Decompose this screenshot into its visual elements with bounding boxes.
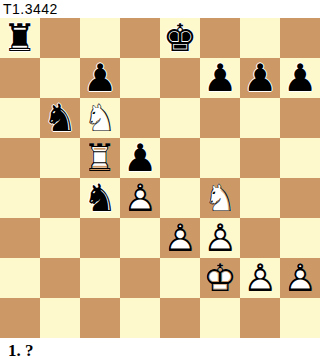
square-d3[interactable]	[120, 218, 160, 258]
black-king-e8: ♚	[160, 18, 200, 58]
piece-outline: ♙	[200, 218, 240, 258]
white-pawn-f3: ♟♙	[200, 218, 240, 258]
square-g6[interactable]	[240, 98, 280, 138]
square-d1[interactable]	[120, 298, 160, 338]
square-g3[interactable]	[240, 218, 280, 258]
square-h5[interactable]	[280, 138, 320, 178]
white-knight-f4: ♞♘	[200, 178, 240, 218]
square-d7[interactable]	[120, 58, 160, 98]
square-a1[interactable]	[0, 298, 40, 338]
square-d5[interactable]: ♟	[120, 138, 160, 178]
square-h7[interactable]: ♟	[280, 58, 320, 98]
square-c6[interactable]: ♞♘	[80, 98, 120, 138]
black-pawn-h7: ♟	[280, 58, 320, 98]
square-a7[interactable]	[0, 58, 40, 98]
square-b3[interactable]	[40, 218, 80, 258]
square-f2[interactable]: ♚♔	[200, 258, 240, 298]
square-f8[interactable]	[200, 18, 240, 58]
square-h4[interactable]	[280, 178, 320, 218]
square-f4[interactable]: ♞♘	[200, 178, 240, 218]
chess-puzzle-page: T1.3442 ♜♚♟♟♟♟♞♞♘♜♖♟♞♟♙♞♘♟♙♟♙♚♔♟♙♟♙ 1. ?	[0, 0, 320, 360]
square-h8[interactable]	[280, 18, 320, 58]
piece-outline: ♙	[160, 218, 200, 258]
square-c1[interactable]	[80, 298, 120, 338]
piece-outline: ♘	[80, 98, 120, 138]
square-f3[interactable]: ♟♙	[200, 218, 240, 258]
square-f5[interactable]	[200, 138, 240, 178]
piece-outline: ♙	[280, 258, 320, 298]
black-pawn-c7: ♟	[80, 58, 120, 98]
piece-outline: ♙	[120, 178, 160, 218]
square-a8[interactable]: ♜	[0, 18, 40, 58]
square-h6[interactable]	[280, 98, 320, 138]
black-rook-a8: ♜	[0, 18, 40, 58]
piece-outline: ♔	[200, 258, 240, 298]
white-pawn-e3: ♟♙	[160, 218, 200, 258]
square-e5[interactable]	[160, 138, 200, 178]
square-c3[interactable]	[80, 218, 120, 258]
move-prompt: 1. ?	[0, 338, 320, 360]
white-pawn-d4: ♟♙	[120, 178, 160, 218]
white-pawn-g2: ♟♙	[240, 258, 280, 298]
piece-outline: ♘	[200, 178, 240, 218]
square-f6[interactable]	[200, 98, 240, 138]
square-b5[interactable]	[40, 138, 80, 178]
square-b6[interactable]: ♞	[40, 98, 80, 138]
square-g1[interactable]	[240, 298, 280, 338]
square-b1[interactable]	[40, 298, 80, 338]
white-pawn-h2: ♟♙	[280, 258, 320, 298]
square-g2[interactable]: ♟♙	[240, 258, 280, 298]
square-f1[interactable]	[200, 298, 240, 338]
square-a4[interactable]	[0, 178, 40, 218]
black-knight-c4: ♞	[80, 178, 120, 218]
square-c5[interactable]: ♜♖	[80, 138, 120, 178]
square-c2[interactable]	[80, 258, 120, 298]
square-e1[interactable]	[160, 298, 200, 338]
square-a5[interactable]	[0, 138, 40, 178]
square-b7[interactable]	[40, 58, 80, 98]
square-e8[interactable]: ♚	[160, 18, 200, 58]
square-g8[interactable]	[240, 18, 280, 58]
square-e6[interactable]	[160, 98, 200, 138]
square-e7[interactable]	[160, 58, 200, 98]
black-knight-b6: ♞	[40, 98, 80, 138]
square-e2[interactable]	[160, 258, 200, 298]
square-e4[interactable]	[160, 178, 200, 218]
square-c8[interactable]	[80, 18, 120, 58]
white-rook-c5: ♜♖	[80, 138, 120, 178]
square-h2[interactable]: ♟♙	[280, 258, 320, 298]
square-d2[interactable]	[120, 258, 160, 298]
square-d6[interactable]	[120, 98, 160, 138]
chess-board: ♜♚♟♟♟♟♞♞♘♜♖♟♞♟♙♞♘♟♙♟♙♚♔♟♙♟♙	[0, 18, 320, 338]
square-g4[interactable]	[240, 178, 280, 218]
square-a3[interactable]	[0, 218, 40, 258]
square-f7[interactable]: ♟	[200, 58, 240, 98]
piece-outline: ♖	[80, 138, 120, 178]
square-d8[interactable]	[120, 18, 160, 58]
square-c4[interactable]: ♞	[80, 178, 120, 218]
square-d4[interactable]: ♟♙	[120, 178, 160, 218]
square-e3[interactable]: ♟♙	[160, 218, 200, 258]
white-king-f2: ♚♔	[200, 258, 240, 298]
square-h1[interactable]	[280, 298, 320, 338]
white-knight-c6: ♞♘	[80, 98, 120, 138]
piece-outline: ♙	[240, 258, 280, 298]
square-b8[interactable]	[40, 18, 80, 58]
black-pawn-f7: ♟	[200, 58, 240, 98]
diagram-title: T1.3442	[0, 0, 320, 18]
square-a6[interactable]	[0, 98, 40, 138]
black-pawn-g7: ♟	[240, 58, 280, 98]
square-c7[interactable]: ♟	[80, 58, 120, 98]
square-b2[interactable]	[40, 258, 80, 298]
square-g5[interactable]	[240, 138, 280, 178]
square-b4[interactable]	[40, 178, 80, 218]
square-a2[interactable]	[0, 258, 40, 298]
black-pawn-d5: ♟	[120, 138, 160, 178]
square-h3[interactable]	[280, 218, 320, 258]
square-g7[interactable]: ♟	[240, 58, 280, 98]
